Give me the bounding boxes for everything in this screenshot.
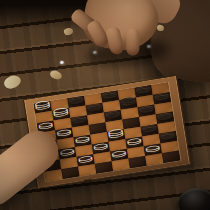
checker-white-man[interactable]: ⛀ xyxy=(77,153,94,166)
captured-black-piece[interactable] xyxy=(178,188,210,210)
checker-black-man[interactable]: ⛂ xyxy=(135,83,152,96)
checker-white-man[interactable]: ⛀ xyxy=(111,147,128,160)
board-grid: ⛁⛂⛂⛂⛁⛂⛃⛂⛀⛂⛂⛂⛀⛂⛀⛁⛂⛀⛀⛀⛂⛀⛀⛀ xyxy=(34,82,181,181)
square-b1[interactable] xyxy=(61,167,79,179)
checker-white-man[interactable]: ⛀ xyxy=(74,133,91,146)
square-d1[interactable] xyxy=(95,161,113,173)
checker-black-man[interactable]: ⛂ xyxy=(68,94,85,107)
checker-white-king[interactable]: ⛁ xyxy=(107,127,124,140)
checker-white-king[interactable]: ⛁ xyxy=(52,106,69,119)
photo-scene: ⛁⛂⛂⛂⛁⛂⛃⛂⛀⛂⛂⛂⛀⛂⛀⛁⛂⛀⛀⛀⛂⛀⛀⛀ xyxy=(0,0,210,210)
finger xyxy=(126,28,139,55)
checker-black-man[interactable]: ⛂ xyxy=(71,114,88,127)
checker-black-man[interactable]: ⛂ xyxy=(101,89,118,102)
checker-black-king[interactable]: ⛃ xyxy=(119,95,136,108)
checker-black-man[interactable]: ⛂ xyxy=(105,108,122,121)
checker-black-man[interactable]: ⛂ xyxy=(138,103,155,116)
square-c1[interactable] xyxy=(78,164,96,176)
checker-white-man[interactable]: ⛀ xyxy=(59,145,76,158)
square-h1[interactable] xyxy=(162,151,180,163)
checker-white-man[interactable]: ⛀ xyxy=(144,142,161,155)
square-e1[interactable] xyxy=(112,159,130,171)
checker-white-man[interactable]: ⛀ xyxy=(126,135,143,148)
square-f1[interactable] xyxy=(128,156,146,168)
checker-white-man[interactable]: ⛀ xyxy=(92,140,109,153)
square-g1[interactable] xyxy=(145,153,163,165)
checker-black-man[interactable]: ⛂ xyxy=(160,130,177,143)
checker-black-man[interactable]: ⛂ xyxy=(153,91,170,104)
checker-black-man[interactable]: ⛂ xyxy=(141,122,158,135)
square-a1[interactable] xyxy=(44,169,62,181)
checker-black-man[interactable]: ⛂ xyxy=(156,110,173,123)
checker-black-man[interactable]: ⛂ xyxy=(86,101,103,114)
water-droplet xyxy=(60,61,64,64)
checker-white-king[interactable]: ⛁ xyxy=(34,99,51,112)
checker-white-man[interactable]: ⛀ xyxy=(56,126,73,139)
